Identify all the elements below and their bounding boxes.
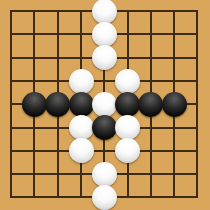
white-stone[interactable] xyxy=(69,69,94,94)
black-stone[interactable] xyxy=(45,92,70,117)
white-stone[interactable] xyxy=(69,115,94,140)
white-stone[interactable] xyxy=(115,115,140,140)
go-board[interactable] xyxy=(0,0,210,210)
black-stone[interactable] xyxy=(69,92,94,117)
white-stone[interactable] xyxy=(92,92,117,117)
black-stone[interactable] xyxy=(138,92,163,117)
white-stone[interactable] xyxy=(92,22,117,47)
black-stone[interactable] xyxy=(115,92,140,117)
white-stone[interactable] xyxy=(115,138,140,163)
black-stone[interactable] xyxy=(22,92,47,117)
black-stone[interactable] xyxy=(162,92,187,117)
white-stone[interactable] xyxy=(115,69,140,94)
grid-line-vertical xyxy=(196,10,198,198)
white-stone[interactable] xyxy=(92,45,117,70)
white-stone[interactable] xyxy=(69,138,94,163)
white-stone[interactable] xyxy=(92,162,117,187)
grid-line-horizontal xyxy=(10,150,198,152)
white-stone[interactable] xyxy=(92,0,117,24)
white-stone[interactable] xyxy=(92,185,117,210)
black-stone[interactable] xyxy=(92,115,117,140)
